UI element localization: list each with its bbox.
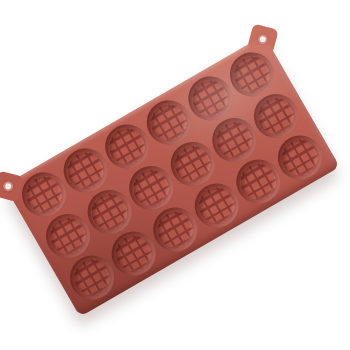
waffle-pattern: [192, 181, 241, 230]
waffle-pattern: [168, 139, 217, 188]
waffle-pattern: [43, 211, 92, 260]
waffle-pattern: [85, 187, 134, 236]
waffle-pattern: [109, 229, 158, 278]
cavity-grid: [4, 35, 340, 317]
waffle-pattern: [251, 91, 300, 140]
waffle-pattern: [67, 253, 116, 302]
waffle-pattern: [19, 170, 68, 219]
waffle-pattern: [61, 146, 110, 195]
product-photo: [0, 0, 350, 350]
waffle-pattern: [186, 74, 235, 123]
waffle-pattern: [144, 98, 193, 147]
waffle-pattern: [127, 163, 176, 212]
waffle-pattern: [210, 115, 259, 164]
waffle-pattern: [234, 157, 283, 206]
waffle-pattern: [275, 133, 324, 182]
waffle-pattern: [227, 50, 276, 99]
waffle-pattern: [103, 122, 152, 171]
waffle-pattern: [151, 205, 200, 254]
silicone-waffle-mold: [4, 35, 340, 317]
